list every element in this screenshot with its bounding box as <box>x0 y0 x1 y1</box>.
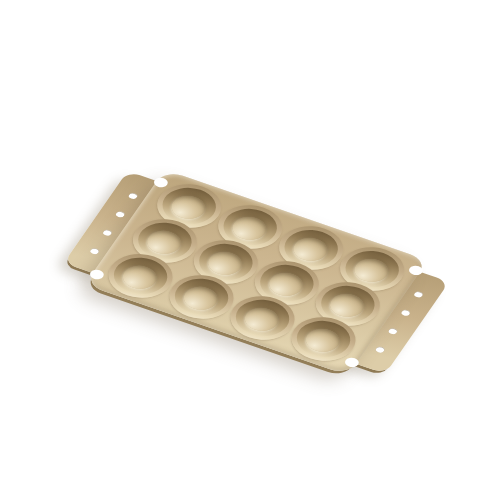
cup-floor <box>300 325 345 356</box>
cup-floor <box>227 213 272 244</box>
cup-floor <box>178 283 223 314</box>
cup-floor <box>239 304 284 335</box>
cup-floor <box>117 262 162 293</box>
cup-floor <box>288 234 333 265</box>
cup-floor <box>203 248 248 279</box>
cup-floor <box>142 227 187 258</box>
cup-floor <box>166 192 211 223</box>
muffin-pan <box>57 160 456 385</box>
product-photo-stage <box>0 0 500 500</box>
cup-floor <box>325 290 370 321</box>
cup-floor <box>264 269 309 300</box>
cup-floor <box>349 255 394 286</box>
